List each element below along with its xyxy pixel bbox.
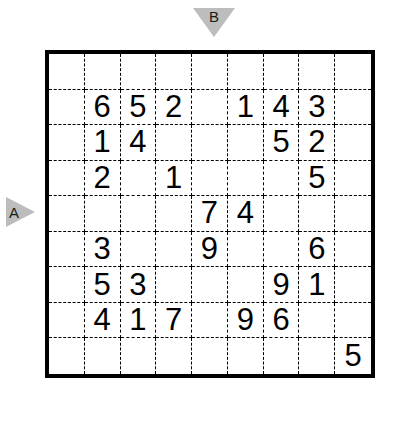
cell-r1c3[interactable] [121, 54, 157, 90]
cell-r6c9[interactable] [335, 232, 371, 268]
cell-r3c4[interactable] [156, 125, 192, 161]
cell-r2c6[interactable]: 1 [228, 90, 264, 126]
marker-b-label: B [209, 8, 219, 25]
cell-r6c6[interactable] [228, 232, 264, 268]
cell-r6c5[interactable]: 9 [192, 232, 228, 268]
cell-r7c3[interactable]: 3 [121, 267, 157, 303]
cell-r2c4[interactable]: 2 [156, 90, 192, 126]
cell-r8c7[interactable]: 6 [264, 303, 300, 339]
cell-r8c2[interactable]: 4 [85, 303, 121, 339]
cell-r3c5[interactable] [192, 125, 228, 161]
cell-r5c7[interactable] [264, 196, 300, 232]
cell-r4c9[interactable] [335, 161, 371, 197]
cell-r8c1[interactable] [49, 303, 85, 339]
cell-r3c8[interactable]: 2 [299, 125, 335, 161]
cell-r5c6[interactable]: 4 [228, 196, 264, 232]
cell-r9c7[interactable] [264, 338, 300, 374]
cell-r8c6[interactable]: 9 [228, 303, 264, 339]
puzzle-grid: 6521431452215743965391417965 [45, 50, 375, 378]
cell-r5c2[interactable] [85, 196, 121, 232]
cell-r7c4[interactable] [156, 267, 192, 303]
cell-r7c8[interactable]: 1 [299, 267, 335, 303]
cell-r3c6[interactable] [228, 125, 264, 161]
cell-r5c3[interactable] [121, 196, 157, 232]
marker-a-label: A [9, 204, 19, 221]
cell-r1c9[interactable] [335, 54, 371, 90]
cell-r4c3[interactable] [121, 161, 157, 197]
cell-r9c2[interactable] [85, 338, 121, 374]
cell-r8c3[interactable]: 1 [121, 303, 157, 339]
cell-r9c6[interactable] [228, 338, 264, 374]
cell-r9c1[interactable] [49, 338, 85, 374]
cell-r4c5[interactable] [192, 161, 228, 197]
cell-r5c5[interactable]: 7 [192, 196, 228, 232]
cell-r2c2[interactable]: 6 [85, 90, 121, 126]
cell-r3c3[interactable]: 4 [121, 125, 157, 161]
cell-r2c8[interactable]: 3 [299, 90, 335, 126]
cell-r6c3[interactable] [121, 232, 157, 268]
cell-r7c5[interactable] [192, 267, 228, 303]
cell-r1c4[interactable] [156, 54, 192, 90]
cell-r8c8[interactable] [299, 303, 335, 339]
cell-r7c2[interactable]: 5 [85, 267, 121, 303]
cell-r3c7[interactable]: 5 [264, 125, 300, 161]
cell-r2c3[interactable]: 5 [121, 90, 157, 126]
cell-r9c3[interactable] [121, 338, 157, 374]
cell-r6c2[interactable]: 3 [85, 232, 121, 268]
cell-r1c2[interactable] [85, 54, 121, 90]
cell-r9c5[interactable] [192, 338, 228, 374]
cell-r5c4[interactable] [156, 196, 192, 232]
cell-r6c7[interactable] [264, 232, 300, 268]
cell-r1c5[interactable] [192, 54, 228, 90]
cell-r5c8[interactable] [299, 196, 335, 232]
cell-r8c5[interactable] [192, 303, 228, 339]
marker-b: B [193, 8, 235, 37]
cell-r8c9[interactable] [335, 303, 371, 339]
cell-r4c8[interactable]: 5 [299, 161, 335, 197]
cell-r3c1[interactable] [49, 125, 85, 161]
cell-r5c1[interactable] [49, 196, 85, 232]
cell-r3c9[interactable] [335, 125, 371, 161]
cell-r3c2[interactable]: 1 [85, 125, 121, 161]
cell-r6c8[interactable]: 6 [299, 232, 335, 268]
cell-r2c7[interactable]: 4 [264, 90, 300, 126]
marker-a: A [6, 197, 35, 227]
cell-r1c1[interactable] [49, 54, 85, 90]
cell-r1c6[interactable] [228, 54, 264, 90]
cell-r4c7[interactable] [264, 161, 300, 197]
cell-r4c6[interactable] [228, 161, 264, 197]
cell-r9c8[interactable] [299, 338, 335, 374]
cell-r7c1[interactable] [49, 267, 85, 303]
cell-r6c1[interactable] [49, 232, 85, 268]
cell-r9c9[interactable]: 5 [335, 338, 371, 374]
cell-r4c1[interactable] [49, 161, 85, 197]
cell-r6c4[interactable] [156, 232, 192, 268]
cell-r4c4[interactable]: 1 [156, 161, 192, 197]
cell-r9c4[interactable] [156, 338, 192, 374]
cell-r1c7[interactable] [264, 54, 300, 90]
cell-r7c6[interactable] [228, 267, 264, 303]
cell-r5c9[interactable] [335, 196, 371, 232]
cell-r2c9[interactable] [335, 90, 371, 126]
cell-r7c7[interactable]: 9 [264, 267, 300, 303]
cell-r2c1[interactable] [49, 90, 85, 126]
cell-r8c4[interactable]: 7 [156, 303, 192, 339]
cell-r4c2[interactable]: 2 [85, 161, 121, 197]
cell-r2c5[interactable] [192, 90, 228, 126]
cell-r7c9[interactable] [335, 267, 371, 303]
cell-r1c8[interactable] [299, 54, 335, 90]
